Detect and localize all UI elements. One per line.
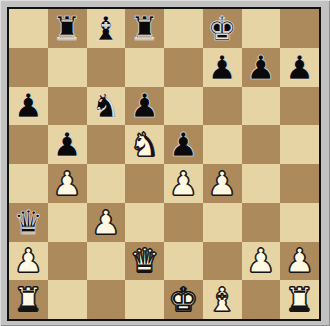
piece-white-rook[interactable]: ♜: [285, 283, 315, 316]
piece-white-king[interactable]: ♚: [169, 283, 199, 316]
square-b8[interactable]: ♜: [48, 9, 87, 48]
square-e6[interactable]: [164, 87, 203, 126]
square-d8[interactable]: ♜: [125, 9, 164, 48]
square-g6[interactable]: [242, 87, 281, 126]
square-g3[interactable]: [242, 203, 281, 242]
square-f2[interactable]: [203, 242, 242, 281]
square-a4[interactable]: [9, 164, 48, 203]
square-d4[interactable]: [125, 164, 164, 203]
square-d2[interactable]: ♛: [125, 242, 164, 281]
square-b3[interactable]: [48, 203, 87, 242]
board-frame: ♜♝♜♚♟♟♟♟♞♟♟♞♟♟♟♟♛♟♟♛♟♟♜♚♝♜: [0, 0, 330, 326]
square-f8[interactable]: ♚: [203, 9, 242, 48]
square-g8[interactable]: [242, 9, 281, 48]
piece-black-pawn[interactable]: ♟: [207, 51, 237, 84]
square-f4[interactable]: ♟: [203, 164, 242, 203]
square-d6[interactable]: ♟: [125, 87, 164, 126]
piece-black-bishop[interactable]: ♝: [91, 12, 121, 45]
piece-white-pawn[interactable]: ♟: [14, 244, 44, 277]
square-a2[interactable]: ♟: [9, 242, 48, 281]
square-e4[interactable]: ♟: [164, 164, 203, 203]
square-a3[interactable]: ♛: [9, 203, 48, 242]
piece-white-pawn[interactable]: ♟: [169, 167, 199, 200]
piece-black-queen[interactable]: ♛: [14, 206, 44, 239]
square-h3[interactable]: [280, 203, 319, 242]
piece-black-king[interactable]: ♚: [207, 12, 237, 45]
square-b6[interactable]: [48, 87, 87, 126]
square-h8[interactable]: [280, 9, 319, 48]
square-d3[interactable]: [125, 203, 164, 242]
piece-white-pawn[interactable]: ♟: [52, 167, 82, 200]
square-f7[interactable]: ♟: [203, 48, 242, 87]
square-e8[interactable]: [164, 9, 203, 48]
piece-black-pawn[interactable]: ♟: [169, 128, 199, 161]
square-g7[interactable]: ♟: [242, 48, 281, 87]
square-b4[interactable]: ♟: [48, 164, 87, 203]
piece-black-pawn[interactable]: ♟: [14, 89, 44, 122]
square-g1[interactable]: [242, 280, 281, 319]
square-a1[interactable]: ♜: [9, 280, 48, 319]
square-e3[interactable]: [164, 203, 203, 242]
piece-black-knight[interactable]: ♞: [91, 89, 121, 122]
piece-black-rook[interactable]: ♜: [52, 12, 82, 45]
square-h2[interactable]: ♟: [280, 242, 319, 281]
square-g4[interactable]: [242, 164, 281, 203]
square-c5[interactable]: [87, 125, 126, 164]
square-h7[interactable]: ♟: [280, 48, 319, 87]
piece-black-pawn[interactable]: ♟: [52, 128, 82, 161]
piece-black-pawn[interactable]: ♟: [130, 89, 160, 122]
piece-white-pawn[interactable]: ♟: [91, 206, 121, 239]
piece-white-pawn[interactable]: ♟: [246, 244, 276, 277]
square-e5[interactable]: ♟: [164, 125, 203, 164]
square-e1[interactable]: ♚: [164, 280, 203, 319]
square-h6[interactable]: [280, 87, 319, 126]
chess-board[interactable]: ♜♝♜♚♟♟♟♟♞♟♟♞♟♟♟♟♛♟♟♛♟♟♜♚♝♜: [7, 7, 321, 321]
square-g2[interactable]: ♟: [242, 242, 281, 281]
square-c3[interactable]: ♟: [87, 203, 126, 242]
square-h5[interactable]: [280, 125, 319, 164]
square-c4[interactable]: [87, 164, 126, 203]
square-a6[interactable]: ♟: [9, 87, 48, 126]
square-a7[interactable]: [9, 48, 48, 87]
square-c8[interactable]: ♝: [87, 9, 126, 48]
square-a8[interactable]: [9, 9, 48, 48]
piece-black-pawn[interactable]: ♟: [246, 51, 276, 84]
square-b1[interactable]: [48, 280, 87, 319]
piece-white-knight[interactable]: ♞: [130, 128, 160, 161]
square-f5[interactable]: [203, 125, 242, 164]
square-e7[interactable]: [164, 48, 203, 87]
square-a5[interactable]: [9, 125, 48, 164]
square-g5[interactable]: [242, 125, 281, 164]
square-f1[interactable]: ♝: [203, 280, 242, 319]
square-b5[interactable]: ♟: [48, 125, 87, 164]
piece-white-queen[interactable]: ♛: [130, 244, 160, 277]
square-c6[interactable]: ♞: [87, 87, 126, 126]
square-d5[interactable]: ♞: [125, 125, 164, 164]
square-h4[interactable]: [280, 164, 319, 203]
square-f3[interactable]: [203, 203, 242, 242]
square-d7[interactable]: [125, 48, 164, 87]
square-h1[interactable]: ♜: [280, 280, 319, 319]
piece-white-pawn[interactable]: ♟: [207, 167, 237, 200]
square-b2[interactable]: [48, 242, 87, 281]
piece-white-bishop[interactable]: ♝: [207, 283, 237, 316]
square-d1[interactable]: [125, 280, 164, 319]
piece-black-pawn[interactable]: ♟: [285, 51, 315, 84]
square-f6[interactable]: [203, 87, 242, 126]
square-c1[interactable]: [87, 280, 126, 319]
square-c7[interactable]: [87, 48, 126, 87]
square-e2[interactable]: [164, 242, 203, 281]
square-c2[interactable]: [87, 242, 126, 281]
piece-black-rook[interactable]: ♜: [130, 12, 160, 45]
square-b7[interactable]: [48, 48, 87, 87]
piece-white-rook[interactable]: ♜: [14, 283, 44, 316]
piece-white-pawn[interactable]: ♟: [285, 244, 315, 277]
